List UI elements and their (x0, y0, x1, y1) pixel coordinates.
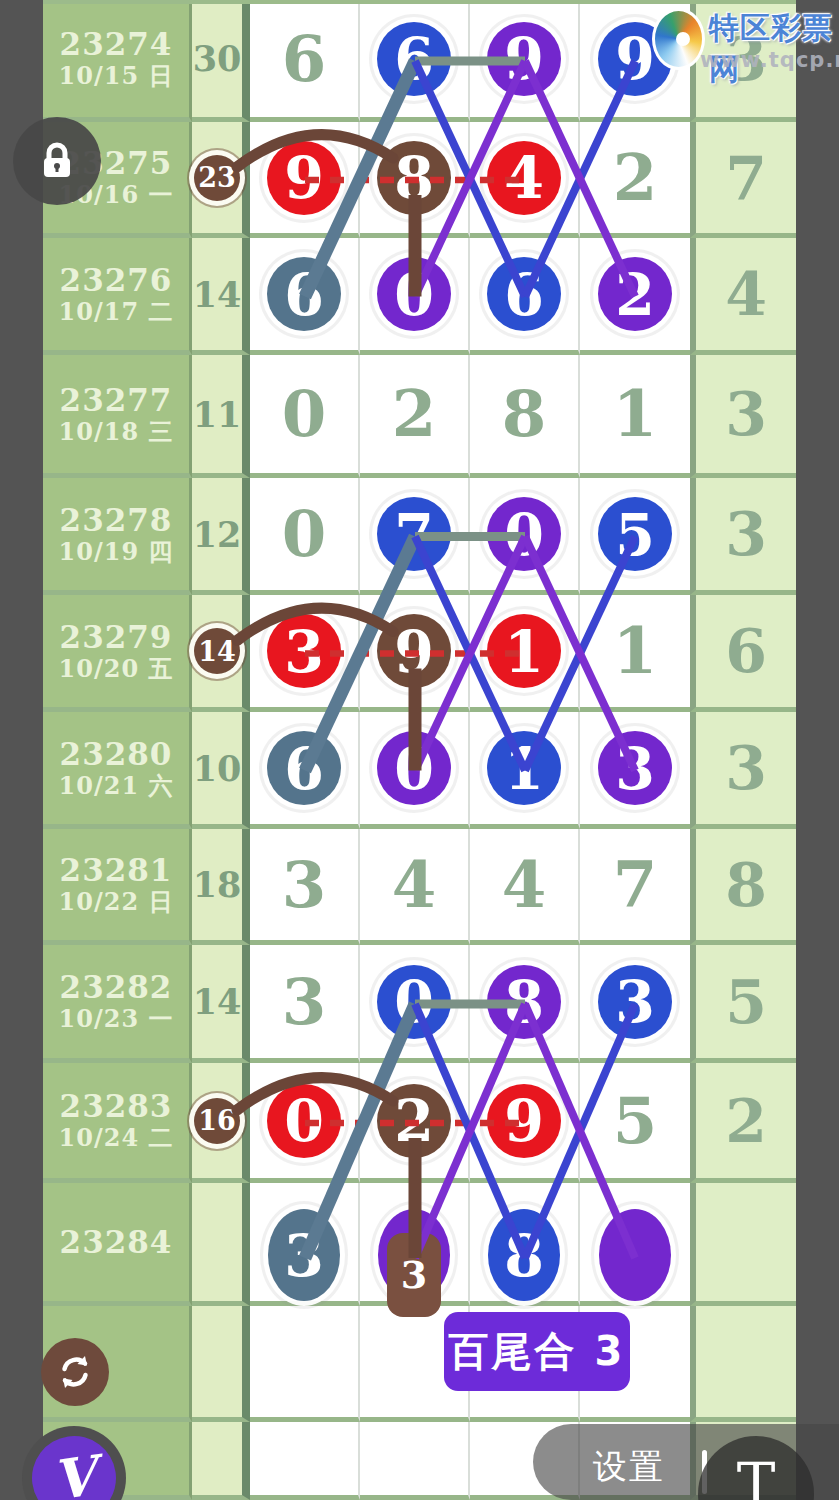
digit: 8 (502, 382, 547, 446)
draw-date: 10/21 六 (59, 774, 174, 798)
blue-circle: 8 (488, 1209, 560, 1301)
digit-cell: 3 (580, 712, 690, 829)
digit-cell: 8 (360, 122, 470, 238)
red-circle: 9 (267, 141, 341, 215)
draw-number: 23277 (60, 385, 173, 416)
draw-number: 23284 (60, 1227, 173, 1258)
digit-cell: 7 (360, 478, 470, 595)
draw-number: 23283 (60, 1091, 173, 1122)
tail-stat: 2 (725, 1091, 767, 1151)
tail-stat: 7 (725, 148, 767, 208)
purple-circle (599, 1209, 671, 1301)
digit-cell: 3 (250, 829, 360, 945)
draw-number-cell: 2327410/15 日 (43, 0, 192, 122)
tail-stat: 5 (725, 972, 767, 1032)
digit-cell (250, 1306, 360, 1422)
skip-count-circled: 16 (194, 1098, 240, 1144)
purple-circle: 3 (378, 1209, 450, 1301)
purple-circle: 8 (487, 965, 561, 1039)
digit-cell: 0 (360, 712, 470, 829)
tail-stat-cell: 6 (690, 595, 796, 712)
skip-count-cell: 30 (192, 0, 250, 122)
tail-stat: 6 (725, 621, 767, 681)
digit-cell: 2 (580, 122, 690, 238)
skip-count: 12 (193, 514, 242, 555)
draw-number: 23276 (60, 265, 173, 296)
digit-cell: 5 (580, 1063, 690, 1183)
lock-icon (35, 139, 79, 183)
digit: 2 (392, 382, 437, 446)
purple-circle: 3 (598, 731, 672, 805)
digit: 3 (282, 970, 327, 1034)
draw-date: 10/17 二 (59, 300, 174, 324)
digit-cell: 0 (250, 478, 360, 595)
digit-cell: 3 (250, 945, 360, 1063)
digit: 0 (282, 502, 327, 566)
digit-cell: 3 (250, 595, 360, 712)
blue-circle: 6 (487, 257, 561, 331)
tail-stat: 3 (725, 384, 767, 444)
digit-cell: 2 (580, 238, 690, 355)
skip-count-cell: 11 (192, 355, 250, 478)
draw-number: 23280 (60, 739, 173, 770)
digit-cell: 4 (470, 122, 580, 238)
draw-number: 23279 (60, 622, 173, 653)
blue-circle: 0 (377, 965, 451, 1039)
draw-number-cell: 2328110/22 日 (43, 829, 192, 945)
lock-button[interactable] (13, 117, 101, 205)
digit: 6 (282, 27, 327, 91)
text-tool-button[interactable]: T (698, 1436, 814, 1500)
draw-date: 10/22 日 (59, 890, 174, 914)
purple-circle: 0 (377, 731, 451, 805)
tail-stat-cell: 8 (690, 829, 796, 945)
steel-circle: 3 (268, 1209, 340, 1301)
digit-cell: 9 (360, 595, 470, 712)
digit: 3 (282, 853, 327, 917)
skip-count-cell (192, 1306, 250, 1422)
tail-stat-cell: 3 (690, 478, 796, 595)
blue-circle: 7 (377, 497, 451, 571)
digit-cell: 4 (360, 829, 470, 945)
digit-cell: 6 (250, 0, 360, 122)
draw-number-cell: 2328010/21 六 (43, 712, 192, 829)
left-letterbox-strip (0, 0, 43, 1500)
refresh-icon (55, 1352, 95, 1392)
digit-cell: 0 (470, 478, 580, 595)
skip-count: 10 (193, 748, 242, 789)
skip-count-cell (192, 1422, 250, 1500)
draw-number-cell: 2327910/20 五 (43, 595, 192, 712)
digit-cell: 7 (580, 829, 690, 945)
blue-circle: 1 (487, 731, 561, 805)
digit-cell: 4 (470, 829, 580, 945)
tail-stat-cell: 3 (690, 712, 796, 829)
digit-cell: 1 (580, 595, 690, 712)
blue-circle: 3 (598, 965, 672, 1039)
digit-cell: 1 (470, 595, 580, 712)
site-watermark: www.tqcp.net (700, 48, 839, 72)
red-circle: 1 (487, 614, 561, 688)
digit: 1 (613, 382, 658, 446)
digit-cell: 9 (470, 1063, 580, 1183)
tail-stat-cell (690, 1306, 796, 1422)
digit-cell: 0 (250, 1063, 360, 1183)
digit: 1 (613, 619, 658, 683)
skip-count-circled: 14 (194, 628, 240, 674)
digit-cell: 6 (360, 0, 470, 122)
skip-count-cell: 12 (192, 478, 250, 595)
red-circle: 0 (267, 1084, 341, 1158)
digit-cell: 8 (470, 355, 580, 478)
draw-date: 10/24 二 (59, 1126, 174, 1150)
digit-cell (580, 1183, 690, 1306)
red-circle: 4 (487, 141, 561, 215)
draw-number: 23278 (60, 505, 173, 536)
trend-table: 2327410/15 日30669932327510/16 一239842723… (43, 0, 796, 1500)
digit: 2 (613, 146, 658, 210)
digit-cell: 9 (470, 0, 580, 122)
skip-count: 30 (193, 38, 242, 79)
steel-circle: 6 (267, 731, 341, 805)
draw-number-cell: 2327810/19 四 (43, 478, 192, 595)
digit-cell: 6 (250, 712, 360, 829)
tail-stat: 3 (725, 504, 767, 564)
tail-stat: 8 (725, 855, 767, 915)
draw-number: 23281 (60, 855, 173, 886)
skip-count-cell: 16 (192, 1063, 250, 1183)
digit-cell: 5 (580, 478, 690, 595)
digit: 4 (392, 853, 437, 917)
skip-count-cell: 23 (192, 122, 250, 238)
skip-count: 11 (193, 394, 242, 435)
draw-number-cell: 2327610/17 二 (43, 238, 192, 355)
brown-circle: 2 (377, 1084, 451, 1158)
digit-cell (360, 1422, 470, 1500)
digit-cell: 0 (360, 238, 470, 355)
digit-cell: 3 (250, 1183, 360, 1306)
digit: 7 (613, 853, 658, 917)
tail-stat-cell: 4 (690, 238, 796, 355)
lollipop-swirl-icon (652, 8, 705, 70)
digit-cell: 0 (360, 945, 470, 1063)
digit-cell: 1 (470, 712, 580, 829)
skip-count: 14 (193, 274, 242, 315)
digit-cell: 1 (580, 355, 690, 478)
settings-button[interactable]: 设置 (593, 1444, 665, 1490)
table-top-border (43, 0, 796, 4)
digit-cell: 9 (250, 122, 360, 238)
digit-cell: 0 (250, 355, 360, 478)
draw-number: 23282 (60, 972, 173, 1003)
skip-count-cell: 14 (192, 945, 250, 1063)
brown-tag: 3 (387, 1233, 441, 1317)
skip-count-cell: 10 (192, 712, 250, 829)
draw-number-cell: 2327710/18 三 (43, 355, 192, 478)
draw-date: 10/23 一 (59, 1007, 174, 1031)
digit-cell: 6 (250, 238, 360, 355)
tail-stat: 4 (725, 264, 767, 324)
red-circle: 9 (487, 1084, 561, 1158)
digit-cell: 2 (360, 1063, 470, 1183)
digit-cell: 6 (470, 238, 580, 355)
draw-number-cell: 2328210/23 一 (43, 945, 192, 1063)
purple-circle: 0 (487, 497, 561, 571)
steel-circle: 6 (267, 257, 341, 331)
skip-count: 18 (193, 864, 242, 905)
purple-circle: 0 (377, 257, 451, 331)
v-logo-letter: V (27, 1431, 122, 1500)
blue-circle: 5 (598, 497, 672, 571)
digit-cell: 3 (580, 945, 690, 1063)
purple-circle: 9 (487, 22, 561, 96)
right-letterbox-strip (796, 0, 839, 1500)
tail-stat-cell: 5 (690, 945, 796, 1063)
skip-count-cell: 18 (192, 829, 250, 945)
digit: 4 (502, 853, 547, 917)
digit: 0 (282, 382, 327, 446)
tail-stat-cell: 3 (690, 355, 796, 478)
brown-circle: 8 (377, 141, 451, 215)
red-circle: 3 (267, 614, 341, 688)
digit-cell: 2 (360, 355, 470, 478)
tail-stat-cell: 2 (690, 1063, 796, 1183)
tail-stat: 3 (725, 738, 767, 798)
draw-number-cell: 23284 (43, 1183, 192, 1306)
tail-stat-cell (690, 1183, 796, 1306)
draw-number-cell: 2328310/24 二 (43, 1063, 192, 1183)
draw-number: 23274 (60, 29, 173, 60)
purple-circle: 2 (598, 257, 672, 331)
draw-date: 10/18 三 (59, 420, 174, 444)
digit: 5 (613, 1089, 658, 1153)
skip-count-cell: 14 (192, 595, 250, 712)
text-cursor-icon: T (737, 1450, 776, 1500)
brown-circle: 9 (377, 614, 451, 688)
refresh-button[interactable] (41, 1338, 109, 1406)
skip-count-cell (192, 1183, 250, 1306)
skip-count: 14 (193, 981, 242, 1022)
skip-count-cell: 14 (192, 238, 250, 355)
tail-stat-cell: 7 (690, 122, 796, 238)
digit-cell: 3 (360, 1183, 470, 1306)
draw-date: 10/15 日 (59, 64, 174, 88)
draw-date: 10/19 四 (59, 540, 174, 564)
digit-cell (250, 1422, 360, 1500)
digit-cell: 8 (470, 1183, 580, 1306)
blue-circle: 6 (377, 22, 451, 96)
bottom-toolbar: 设置 T (533, 1424, 839, 1500)
hundreds-tail-sum-badge: 百尾合 3 (444, 1312, 630, 1391)
lottery-trend-chart-screen: 2327410/15 日30669932327510/16 一239842723… (0, 0, 839, 1500)
digit-cell: 8 (470, 945, 580, 1063)
skip-count-circled: 23 (194, 155, 240, 201)
draw-date: 10/20 五 (59, 657, 174, 681)
